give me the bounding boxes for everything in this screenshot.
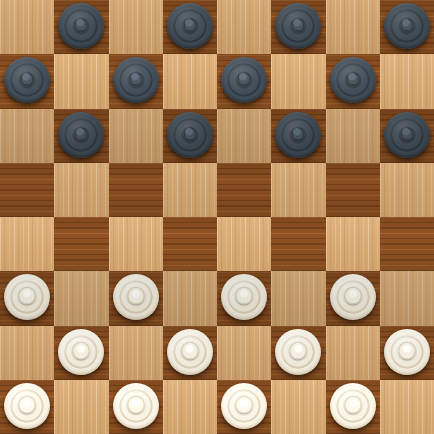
- square-r1c3: [163, 54, 217, 108]
- square-r3c4[interactable]: [217, 163, 271, 217]
- dark-piece[interactable]: [384, 112, 430, 158]
- square-r3c5: [271, 163, 325, 217]
- square-r1c0[interactable]: [0, 54, 54, 108]
- dark-piece[interactable]: [275, 3, 321, 49]
- square-r0c4: [217, 0, 271, 54]
- square-r5c1: [54, 271, 108, 325]
- light-piece[interactable]: [167, 329, 213, 375]
- square-r6c0: [0, 326, 54, 380]
- square-r2c6: [326, 109, 380, 163]
- square-r1c6[interactable]: [326, 54, 380, 108]
- square-r4c0: [0, 217, 54, 271]
- square-r6c6: [326, 326, 380, 380]
- dark-piece[interactable]: [113, 57, 159, 103]
- square-r5c6[interactable]: [326, 271, 380, 325]
- square-r2c4: [217, 109, 271, 163]
- square-r3c3: [163, 163, 217, 217]
- dark-piece[interactable]: [4, 57, 50, 103]
- square-r5c3: [163, 271, 217, 325]
- light-piece[interactable]: [4, 383, 50, 429]
- dark-piece[interactable]: [221, 57, 267, 103]
- square-r7c1: [54, 380, 108, 434]
- square-r2c1[interactable]: [54, 109, 108, 163]
- square-r3c1: [54, 163, 108, 217]
- square-r7c0[interactable]: [0, 380, 54, 434]
- square-r7c3: [163, 380, 217, 434]
- square-r2c5[interactable]: [271, 109, 325, 163]
- square-r2c3[interactable]: [163, 109, 217, 163]
- light-piece[interactable]: [330, 383, 376, 429]
- square-r6c4: [217, 326, 271, 380]
- light-piece[interactable]: [113, 274, 159, 320]
- square-r1c2[interactable]: [109, 54, 163, 108]
- square-r6c7[interactable]: [380, 326, 434, 380]
- dark-piece[interactable]: [58, 112, 104, 158]
- board: [0, 0, 434, 434]
- light-piece[interactable]: [275, 329, 321, 375]
- square-r5c2[interactable]: [109, 271, 163, 325]
- square-r4c7[interactable]: [380, 217, 434, 271]
- light-piece[interactable]: [221, 274, 267, 320]
- dark-piece[interactable]: [167, 112, 213, 158]
- square-r1c5: [271, 54, 325, 108]
- square-r4c4: [217, 217, 271, 271]
- dark-piece[interactable]: [167, 3, 213, 49]
- square-r0c7[interactable]: [380, 0, 434, 54]
- square-r5c7: [380, 271, 434, 325]
- square-r3c0[interactable]: [0, 163, 54, 217]
- light-piece[interactable]: [58, 329, 104, 375]
- square-r2c7[interactable]: [380, 109, 434, 163]
- dark-piece[interactable]: [330, 57, 376, 103]
- square-r6c3[interactable]: [163, 326, 217, 380]
- square-r3c6[interactable]: [326, 163, 380, 217]
- square-r2c2: [109, 109, 163, 163]
- square-r4c3[interactable]: [163, 217, 217, 271]
- square-r6c2: [109, 326, 163, 380]
- square-r7c6[interactable]: [326, 380, 380, 434]
- square-r7c5: [271, 380, 325, 434]
- square-r5c5: [271, 271, 325, 325]
- square-r1c1: [54, 54, 108, 108]
- light-piece[interactable]: [221, 383, 267, 429]
- square-r4c5[interactable]: [271, 217, 325, 271]
- square-r0c2: [109, 0, 163, 54]
- square-r4c6: [326, 217, 380, 271]
- square-r7c7: [380, 380, 434, 434]
- square-r5c0[interactable]: [0, 271, 54, 325]
- square-r6c5[interactable]: [271, 326, 325, 380]
- square-r1c7: [380, 54, 434, 108]
- square-r0c5[interactable]: [271, 0, 325, 54]
- square-r4c2: [109, 217, 163, 271]
- square-r1c4[interactable]: [217, 54, 271, 108]
- square-r4c1[interactable]: [54, 217, 108, 271]
- square-r0c1[interactable]: [54, 0, 108, 54]
- light-piece[interactable]: [330, 274, 376, 320]
- square-r7c2[interactable]: [109, 380, 163, 434]
- light-piece[interactable]: [384, 329, 430, 375]
- dark-piece[interactable]: [275, 112, 321, 158]
- square-r0c3[interactable]: [163, 0, 217, 54]
- light-piece[interactable]: [4, 274, 50, 320]
- dark-piece[interactable]: [58, 3, 104, 49]
- square-r0c0: [0, 0, 54, 54]
- square-r3c2[interactable]: [109, 163, 163, 217]
- square-r3c7: [380, 163, 434, 217]
- square-r6c1[interactable]: [54, 326, 108, 380]
- square-r7c4[interactable]: [217, 380, 271, 434]
- square-r5c4[interactable]: [217, 271, 271, 325]
- square-r0c6: [326, 0, 380, 54]
- square-r2c0: [0, 109, 54, 163]
- light-piece[interactable]: [113, 383, 159, 429]
- dark-piece[interactable]: [384, 3, 430, 49]
